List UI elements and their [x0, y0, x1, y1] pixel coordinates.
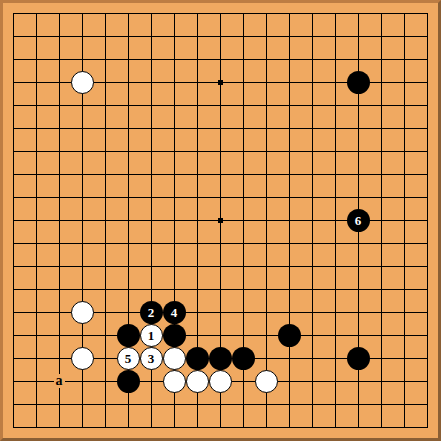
intersection-Q11[interactable] — [347, 186, 370, 209]
intersection-S4[interactable] — [393, 347, 416, 370]
intersection-A11[interactable] — [2, 186, 25, 209]
intersection-T11[interactable] — [416, 186, 439, 209]
intersection-Q4[interactable] — [347, 347, 370, 370]
intersection-G10[interactable] — [140, 209, 163, 232]
intersection-N4[interactable] — [278, 347, 301, 370]
intersection-L8[interactable] — [232, 255, 255, 278]
intersection-P10[interactable] — [324, 209, 347, 232]
intersection-D16[interactable] — [71, 71, 94, 94]
intersection-B10[interactable] — [25, 209, 48, 232]
intersection-P8[interactable] — [324, 255, 347, 278]
intersection-P13[interactable] — [324, 140, 347, 163]
intersection-S8[interactable] — [393, 255, 416, 278]
intersection-L7[interactable] — [232, 278, 255, 301]
intersection-D1[interactable] — [71, 416, 94, 439]
intersection-F13[interactable] — [117, 140, 140, 163]
intersection-F18[interactable] — [117, 25, 140, 48]
intersection-R4[interactable] — [370, 347, 393, 370]
intersection-B16[interactable] — [25, 71, 48, 94]
intersection-Q18[interactable] — [347, 25, 370, 48]
intersection-S11[interactable] — [393, 186, 416, 209]
intersection-J17[interactable] — [186, 48, 209, 71]
intersection-B1[interactable] — [25, 416, 48, 439]
intersection-H19[interactable] — [163, 2, 186, 25]
intersection-C4[interactable] — [48, 347, 71, 370]
intersection-F10[interactable] — [117, 209, 140, 232]
intersection-B9[interactable] — [25, 232, 48, 255]
intersection-D11[interactable] — [71, 186, 94, 209]
intersection-C1[interactable] — [48, 416, 71, 439]
intersection-G11[interactable] — [140, 186, 163, 209]
intersection-G3[interactable] — [140, 370, 163, 393]
intersection-F16[interactable] — [117, 71, 140, 94]
intersection-N11[interactable] — [278, 186, 301, 209]
intersection-E2[interactable] — [94, 393, 117, 416]
intersection-H10[interactable] — [163, 209, 186, 232]
intersection-B2[interactable] — [25, 393, 48, 416]
intersection-N5[interactable] — [278, 324, 301, 347]
intersection-J18[interactable] — [186, 25, 209, 48]
intersection-O6[interactable] — [301, 301, 324, 324]
intersection-L10[interactable] — [232, 209, 255, 232]
intersection-K16[interactable] — [209, 71, 232, 94]
intersection-O19[interactable] — [301, 2, 324, 25]
intersection-N6[interactable] — [278, 301, 301, 324]
intersection-J9[interactable] — [186, 232, 209, 255]
intersection-R1[interactable] — [370, 416, 393, 439]
intersection-M14[interactable] — [255, 117, 278, 140]
intersection-J7[interactable] — [186, 278, 209, 301]
intersection-P2[interactable] — [324, 393, 347, 416]
intersection-O15[interactable] — [301, 94, 324, 117]
intersection-B18[interactable] — [25, 25, 48, 48]
intersection-L18[interactable] — [232, 25, 255, 48]
intersection-E16[interactable] — [94, 71, 117, 94]
intersection-J10[interactable] — [186, 209, 209, 232]
intersection-R8[interactable] — [370, 255, 393, 278]
intersection-K18[interactable] — [209, 25, 232, 48]
intersection-A1[interactable] — [2, 416, 25, 439]
intersection-A2[interactable] — [2, 393, 25, 416]
intersection-A5[interactable] — [2, 324, 25, 347]
intersection-D3[interactable] — [71, 370, 94, 393]
intersection-O7[interactable] — [301, 278, 324, 301]
intersection-B14[interactable] — [25, 117, 48, 140]
intersection-M6[interactable] — [255, 301, 278, 324]
intersection-S5[interactable] — [393, 324, 416, 347]
intersection-N13[interactable] — [278, 140, 301, 163]
intersection-L16[interactable] — [232, 71, 255, 94]
intersection-R14[interactable] — [370, 117, 393, 140]
intersection-Q5[interactable] — [347, 324, 370, 347]
intersection-A4[interactable] — [2, 347, 25, 370]
intersection-E19[interactable] — [94, 2, 117, 25]
intersection-Q10[interactable]: 6 — [347, 209, 370, 232]
intersection-S10[interactable] — [393, 209, 416, 232]
intersection-G7[interactable] — [140, 278, 163, 301]
intersection-E14[interactable] — [94, 117, 117, 140]
intersection-K15[interactable] — [209, 94, 232, 117]
intersection-R15[interactable] — [370, 94, 393, 117]
intersection-K11[interactable] — [209, 186, 232, 209]
intersection-T13[interactable] — [416, 140, 439, 163]
intersection-L4[interactable] — [232, 347, 255, 370]
intersection-N7[interactable] — [278, 278, 301, 301]
intersection-D5[interactable] — [71, 324, 94, 347]
intersection-K7[interactable] — [209, 278, 232, 301]
intersection-J16[interactable] — [186, 71, 209, 94]
intersection-G8[interactable] — [140, 255, 163, 278]
intersection-L5[interactable] — [232, 324, 255, 347]
intersection-P16[interactable] — [324, 71, 347, 94]
intersection-B13[interactable] — [25, 140, 48, 163]
intersection-L17[interactable] — [232, 48, 255, 71]
intersection-H18[interactable] — [163, 25, 186, 48]
intersection-D2[interactable] — [71, 393, 94, 416]
intersection-M12[interactable] — [255, 163, 278, 186]
intersection-N14[interactable] — [278, 117, 301, 140]
intersection-Q8[interactable] — [347, 255, 370, 278]
intersection-O17[interactable] — [301, 48, 324, 71]
intersection-F19[interactable] — [117, 2, 140, 25]
intersection-F14[interactable] — [117, 117, 140, 140]
intersection-J6[interactable] — [186, 301, 209, 324]
intersection-B7[interactable] — [25, 278, 48, 301]
intersection-M13[interactable] — [255, 140, 278, 163]
intersection-A12[interactable] — [2, 163, 25, 186]
intersection-S14[interactable] — [393, 117, 416, 140]
intersection-H4[interactable] — [163, 347, 186, 370]
intersection-E9[interactable] — [94, 232, 117, 255]
intersection-J1[interactable] — [186, 416, 209, 439]
intersection-A6[interactable] — [2, 301, 25, 324]
intersection-K12[interactable] — [209, 163, 232, 186]
intersection-P15[interactable] — [324, 94, 347, 117]
intersection-C19[interactable] — [48, 2, 71, 25]
intersection-J5[interactable] — [186, 324, 209, 347]
intersection-R16[interactable] — [370, 71, 393, 94]
intersection-D10[interactable] — [71, 209, 94, 232]
intersection-D19[interactable] — [71, 2, 94, 25]
intersection-G1[interactable] — [140, 416, 163, 439]
intersection-K5[interactable] — [209, 324, 232, 347]
intersection-K9[interactable] — [209, 232, 232, 255]
intersection-P9[interactable] — [324, 232, 347, 255]
intersection-B3[interactable] — [25, 370, 48, 393]
intersection-G9[interactable] — [140, 232, 163, 255]
intersection-C18[interactable] — [48, 25, 71, 48]
intersection-N17[interactable] — [278, 48, 301, 71]
intersection-L12[interactable] — [232, 163, 255, 186]
intersection-M15[interactable] — [255, 94, 278, 117]
intersection-E7[interactable] — [94, 278, 117, 301]
intersection-D6[interactable] — [71, 301, 94, 324]
intersection-E5[interactable] — [94, 324, 117, 347]
intersection-N1[interactable] — [278, 416, 301, 439]
intersection-A8[interactable] — [2, 255, 25, 278]
intersection-A16[interactable] — [2, 71, 25, 94]
intersection-A7[interactable] — [2, 278, 25, 301]
intersection-T15[interactable] — [416, 94, 439, 117]
intersection-C9[interactable] — [48, 232, 71, 255]
intersection-B19[interactable] — [25, 2, 48, 25]
intersection-G17[interactable] — [140, 48, 163, 71]
intersection-H8[interactable] — [163, 255, 186, 278]
intersection-G14[interactable] — [140, 117, 163, 140]
intersection-A13[interactable] — [2, 140, 25, 163]
intersection-K19[interactable] — [209, 2, 232, 25]
intersection-Q15[interactable] — [347, 94, 370, 117]
intersection-L1[interactable] — [232, 416, 255, 439]
intersection-D8[interactable] — [71, 255, 94, 278]
intersection-S17[interactable] — [393, 48, 416, 71]
intersection-F1[interactable] — [117, 416, 140, 439]
intersection-T7[interactable] — [416, 278, 439, 301]
intersection-P6[interactable] — [324, 301, 347, 324]
intersection-T4[interactable] — [416, 347, 439, 370]
intersection-H9[interactable] — [163, 232, 186, 255]
intersection-R18[interactable] — [370, 25, 393, 48]
intersection-S9[interactable] — [393, 232, 416, 255]
intersection-M8[interactable] — [255, 255, 278, 278]
intersection-J19[interactable] — [186, 2, 209, 25]
intersection-S13[interactable] — [393, 140, 416, 163]
intersection-H11[interactable] — [163, 186, 186, 209]
intersection-Q6[interactable] — [347, 301, 370, 324]
intersection-G19[interactable] — [140, 2, 163, 25]
intersection-M3[interactable] — [255, 370, 278, 393]
intersection-G5[interactable]: 1 — [140, 324, 163, 347]
intersection-K1[interactable] — [209, 416, 232, 439]
intersection-R11[interactable] — [370, 186, 393, 209]
intersection-L9[interactable] — [232, 232, 255, 255]
intersection-G4[interactable]: 3 — [140, 347, 163, 370]
intersection-Q16[interactable] — [347, 71, 370, 94]
intersection-L2[interactable] — [232, 393, 255, 416]
intersection-P5[interactable] — [324, 324, 347, 347]
intersection-H14[interactable] — [163, 117, 186, 140]
intersection-O12[interactable] — [301, 163, 324, 186]
intersection-O5[interactable] — [301, 324, 324, 347]
intersection-E1[interactable] — [94, 416, 117, 439]
intersection-C10[interactable] — [48, 209, 71, 232]
intersection-L3[interactable] — [232, 370, 255, 393]
intersection-T3[interactable] — [416, 370, 439, 393]
intersection-M19[interactable] — [255, 2, 278, 25]
intersection-K6[interactable] — [209, 301, 232, 324]
intersection-J2[interactable] — [186, 393, 209, 416]
intersection-M17[interactable] — [255, 48, 278, 71]
intersection-E6[interactable] — [94, 301, 117, 324]
intersection-D13[interactable] — [71, 140, 94, 163]
intersection-R6[interactable] — [370, 301, 393, 324]
intersection-T2[interactable] — [416, 393, 439, 416]
intersection-G13[interactable] — [140, 140, 163, 163]
intersection-F17[interactable] — [117, 48, 140, 71]
intersection-G12[interactable] — [140, 163, 163, 186]
intersection-C12[interactable] — [48, 163, 71, 186]
intersection-T12[interactable] — [416, 163, 439, 186]
intersection-Q19[interactable] — [347, 2, 370, 25]
intersection-T19[interactable] — [416, 2, 439, 25]
intersection-A10[interactable] — [2, 209, 25, 232]
intersection-S1[interactable] — [393, 416, 416, 439]
intersection-C16[interactable] — [48, 71, 71, 94]
intersection-Q1[interactable] — [347, 416, 370, 439]
intersection-E4[interactable] — [94, 347, 117, 370]
intersection-Q13[interactable] — [347, 140, 370, 163]
intersection-R12[interactable] — [370, 163, 393, 186]
intersection-E15[interactable] — [94, 94, 117, 117]
intersection-G18[interactable] — [140, 25, 163, 48]
intersection-K2[interactable] — [209, 393, 232, 416]
intersection-R2[interactable] — [370, 393, 393, 416]
intersection-N19[interactable] — [278, 2, 301, 25]
intersection-S7[interactable] — [393, 278, 416, 301]
intersection-B5[interactable] — [25, 324, 48, 347]
intersection-J11[interactable] — [186, 186, 209, 209]
intersection-T5[interactable] — [416, 324, 439, 347]
intersection-N15[interactable] — [278, 94, 301, 117]
intersection-L14[interactable] — [232, 117, 255, 140]
intersection-F12[interactable] — [117, 163, 140, 186]
intersection-O13[interactable] — [301, 140, 324, 163]
intersection-F2[interactable] — [117, 393, 140, 416]
intersection-M10[interactable] — [255, 209, 278, 232]
intersection-Q17[interactable] — [347, 48, 370, 71]
intersection-O4[interactable] — [301, 347, 324, 370]
intersection-K14[interactable] — [209, 117, 232, 140]
intersection-H7[interactable] — [163, 278, 186, 301]
intersection-K3[interactable] — [209, 370, 232, 393]
intersection-P3[interactable] — [324, 370, 347, 393]
intersection-A17[interactable] — [2, 48, 25, 71]
intersection-T17[interactable] — [416, 48, 439, 71]
intersection-K8[interactable] — [209, 255, 232, 278]
intersection-A19[interactable] — [2, 2, 25, 25]
intersection-A15[interactable] — [2, 94, 25, 117]
intersection-E18[interactable] — [94, 25, 117, 48]
intersection-B12[interactable] — [25, 163, 48, 186]
intersection-K10[interactable] — [209, 209, 232, 232]
intersection-B8[interactable] — [25, 255, 48, 278]
intersection-H2[interactable] — [163, 393, 186, 416]
intersection-M11[interactable] — [255, 186, 278, 209]
intersection-L15[interactable] — [232, 94, 255, 117]
intersection-C8[interactable] — [48, 255, 71, 278]
intersection-H5[interactable] — [163, 324, 186, 347]
intersection-D12[interactable] — [71, 163, 94, 186]
intersection-K13[interactable] — [209, 140, 232, 163]
intersection-F6[interactable] — [117, 301, 140, 324]
intersection-H15[interactable] — [163, 94, 186, 117]
intersection-S16[interactable] — [393, 71, 416, 94]
intersection-O9[interactable] — [301, 232, 324, 255]
intersection-M16[interactable] — [255, 71, 278, 94]
intersection-C14[interactable] — [48, 117, 71, 140]
intersection-N2[interactable] — [278, 393, 301, 416]
intersection-P7[interactable] — [324, 278, 347, 301]
intersection-H1[interactable] — [163, 416, 186, 439]
intersection-Q3[interactable] — [347, 370, 370, 393]
intersection-D14[interactable] — [71, 117, 94, 140]
intersection-H17[interactable] — [163, 48, 186, 71]
intersection-K17[interactable] — [209, 48, 232, 71]
intersection-H16[interactable] — [163, 71, 186, 94]
intersection-C17[interactable] — [48, 48, 71, 71]
intersection-O10[interactable] — [301, 209, 324, 232]
intersection-J15[interactable] — [186, 94, 209, 117]
intersection-F7[interactable] — [117, 278, 140, 301]
intersection-P17[interactable] — [324, 48, 347, 71]
intersection-R9[interactable] — [370, 232, 393, 255]
intersection-B17[interactable] — [25, 48, 48, 71]
intersection-N3[interactable] — [278, 370, 301, 393]
intersection-Q7[interactable] — [347, 278, 370, 301]
intersection-A3[interactable] — [2, 370, 25, 393]
intersection-D4[interactable] — [71, 347, 94, 370]
intersection-C5[interactable] — [48, 324, 71, 347]
intersection-E8[interactable] — [94, 255, 117, 278]
intersection-B6[interactable] — [25, 301, 48, 324]
intersection-J12[interactable] — [186, 163, 209, 186]
intersection-C15[interactable] — [48, 94, 71, 117]
intersection-E11[interactable] — [94, 186, 117, 209]
intersection-P19[interactable] — [324, 2, 347, 25]
intersection-Q2[interactable] — [347, 393, 370, 416]
intersection-P18[interactable] — [324, 25, 347, 48]
intersection-O8[interactable] — [301, 255, 324, 278]
intersection-N12[interactable] — [278, 163, 301, 186]
intersection-C13[interactable] — [48, 140, 71, 163]
intersection-M7[interactable] — [255, 278, 278, 301]
intersection-J4[interactable] — [186, 347, 209, 370]
intersection-Q12[interactable] — [347, 163, 370, 186]
intersection-G6[interactable]: 2 — [140, 301, 163, 324]
intersection-C2[interactable] — [48, 393, 71, 416]
intersection-F4[interactable]: 5 — [117, 347, 140, 370]
intersection-O3[interactable] — [301, 370, 324, 393]
intersection-S19[interactable] — [393, 2, 416, 25]
intersection-C7[interactable] — [48, 278, 71, 301]
intersection-R13[interactable] — [370, 140, 393, 163]
intersection-D18[interactable] — [71, 25, 94, 48]
intersection-S6[interactable] — [393, 301, 416, 324]
intersection-R17[interactable] — [370, 48, 393, 71]
intersection-S18[interactable] — [393, 25, 416, 48]
intersection-H12[interactable] — [163, 163, 186, 186]
intersection-L19[interactable] — [232, 2, 255, 25]
intersection-O11[interactable] — [301, 186, 324, 209]
intersection-R3[interactable] — [370, 370, 393, 393]
intersection-M9[interactable] — [255, 232, 278, 255]
intersection-O18[interactable] — [301, 25, 324, 48]
intersection-P4[interactable] — [324, 347, 347, 370]
intersection-H13[interactable] — [163, 140, 186, 163]
intersection-J3[interactable] — [186, 370, 209, 393]
intersection-P14[interactable] — [324, 117, 347, 140]
intersection-L6[interactable] — [232, 301, 255, 324]
intersection-O2[interactable] — [301, 393, 324, 416]
intersection-P12[interactable] — [324, 163, 347, 186]
intersection-N16[interactable] — [278, 71, 301, 94]
intersection-L13[interactable] — [232, 140, 255, 163]
intersection-Q14[interactable] — [347, 117, 370, 140]
intersection-F3[interactable] — [117, 370, 140, 393]
intersection-R10[interactable] — [370, 209, 393, 232]
intersection-A14[interactable] — [2, 117, 25, 140]
intersection-S2[interactable] — [393, 393, 416, 416]
